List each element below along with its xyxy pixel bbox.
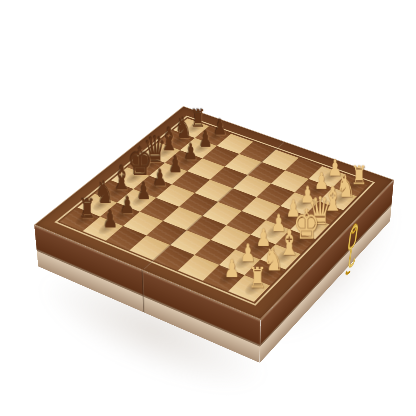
dark-pawn-glyph: ♟ <box>100 208 121 232</box>
light-pawn-glyph: ♟ <box>221 257 243 282</box>
box-halves-seam <box>142 270 145 313</box>
photo-scene: ♜♞♝♚♛♝♞♜♟♟♟♟♟♟♟♟♟♟♟♟♟♟♟♟♜♞♝♚♛♝♞♜ <box>0 0 416 416</box>
light-rook-glyph: ♜ <box>247 264 269 292</box>
dark-rook-glyph: ♜ <box>77 196 98 223</box>
board-surface: ♜♞♝♚♛♝♞♜♟♟♟♟♟♟♟♟♟♟♟♟♟♟♟♟♜♞♝♚♛♝♞♜ <box>34 106 394 320</box>
chess-box: ♜♞♝♚♛♝♞♜♟♟♟♟♟♟♟♟♟♟♟♟♟♟♟♟♜♞♝♚♛♝♞♜ <box>34 106 394 320</box>
